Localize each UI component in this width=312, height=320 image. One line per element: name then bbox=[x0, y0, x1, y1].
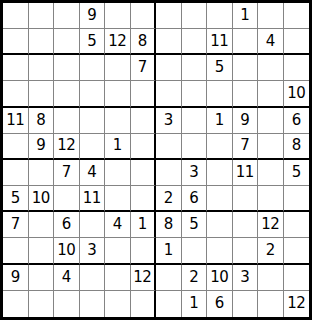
cell-r10c6[interactable] bbox=[131, 238, 157, 264]
cell-r10c3: 10 bbox=[54, 238, 80, 264]
cell-r1c6[interactable] bbox=[131, 3, 157, 29]
cell-r12c5[interactable] bbox=[105, 291, 131, 317]
cell-r7c8: 3 bbox=[182, 160, 208, 186]
cell-r3c11[interactable] bbox=[258, 55, 284, 81]
cell-r8c8: 6 bbox=[182, 186, 208, 212]
cell-r3c9: 5 bbox=[207, 55, 233, 81]
cell-r11c5[interactable] bbox=[105, 265, 131, 291]
cell-r4c4[interactable] bbox=[80, 81, 106, 107]
cell-r5c2: 8 bbox=[29, 108, 55, 134]
cell-r4c8[interactable] bbox=[182, 81, 208, 107]
cell-r5c11[interactable] bbox=[258, 108, 284, 134]
cell-r3c2[interactable] bbox=[29, 55, 55, 81]
cell-r2c5: 12 bbox=[105, 29, 131, 55]
cell-r1c12[interactable] bbox=[284, 3, 310, 29]
cell-r10c9[interactable] bbox=[207, 238, 233, 264]
cell-r2c4: 5 bbox=[80, 29, 106, 55]
cell-r3c7[interactable] bbox=[156, 55, 182, 81]
cell-r10c11: 2 bbox=[258, 238, 284, 264]
cell-r3c5[interactable] bbox=[105, 55, 131, 81]
cell-r8c1: 5 bbox=[3, 186, 29, 212]
cell-r10c10[interactable] bbox=[233, 238, 259, 264]
cell-r12c10[interactable] bbox=[233, 291, 259, 317]
cell-r10c5[interactable] bbox=[105, 238, 131, 264]
cell-r12c3[interactable] bbox=[54, 291, 80, 317]
cell-r3c3[interactable] bbox=[54, 55, 80, 81]
cell-r11c9: 10 bbox=[207, 265, 233, 291]
cell-r9c10[interactable] bbox=[233, 212, 259, 238]
cell-r4c2[interactable] bbox=[29, 81, 55, 107]
cell-r5c12: 6 bbox=[284, 108, 310, 134]
cell-r2c8[interactable] bbox=[182, 29, 208, 55]
cell-r4c10[interactable] bbox=[233, 81, 259, 107]
sudoku-board: 9151281147510118319691217874311551011267… bbox=[0, 0, 312, 320]
cell-r10c12[interactable] bbox=[284, 238, 310, 264]
cell-r1c8[interactable] bbox=[182, 3, 208, 29]
cell-r8c10[interactable] bbox=[233, 186, 259, 212]
cell-r9c9[interactable] bbox=[207, 212, 233, 238]
cell-r9c8: 5 bbox=[182, 212, 208, 238]
cell-r2c10[interactable] bbox=[233, 29, 259, 55]
cell-r2c1[interactable] bbox=[3, 29, 29, 55]
cell-r7c9[interactable] bbox=[207, 160, 233, 186]
cell-r6c2: 9 bbox=[29, 134, 55, 160]
cell-r10c2[interactable] bbox=[29, 238, 55, 264]
cell-r1c9[interactable] bbox=[207, 3, 233, 29]
cell-r6c3: 12 bbox=[54, 134, 80, 160]
cell-r8c4: 11 bbox=[80, 186, 106, 212]
cell-r12c1[interactable] bbox=[3, 291, 29, 317]
cell-r9c2[interactable] bbox=[29, 212, 55, 238]
cell-r6c10: 7 bbox=[233, 134, 259, 160]
cell-r4c12: 10 bbox=[284, 81, 310, 107]
sudoku-puzzle: 9151281147510118319691217874311551011267… bbox=[0, 0, 312, 320]
cell-r6c11[interactable] bbox=[258, 134, 284, 160]
cell-r2c2[interactable] bbox=[29, 29, 55, 55]
cell-r7c11[interactable] bbox=[258, 160, 284, 186]
cell-r7c1[interactable] bbox=[3, 160, 29, 186]
cell-r6c6[interactable] bbox=[131, 134, 157, 160]
cell-r7c5[interactable] bbox=[105, 160, 131, 186]
cell-r4c9[interactable] bbox=[207, 81, 233, 107]
cell-r7c4: 4 bbox=[80, 160, 106, 186]
cell-r4c3[interactable] bbox=[54, 81, 80, 107]
cell-r8c6[interactable] bbox=[131, 186, 157, 212]
cell-r5c1: 11 bbox=[3, 108, 29, 134]
cell-r3c4[interactable] bbox=[80, 55, 106, 81]
cell-r5c6[interactable] bbox=[131, 108, 157, 134]
cell-r2c9: 11 bbox=[207, 29, 233, 55]
cell-r5c3[interactable] bbox=[54, 108, 80, 134]
cell-r8c5[interactable] bbox=[105, 186, 131, 212]
cell-r9c1: 7 bbox=[3, 212, 29, 238]
cell-r4c7[interactable] bbox=[156, 81, 182, 107]
cell-r5c5[interactable] bbox=[105, 108, 131, 134]
cell-r5c7: 3 bbox=[156, 108, 182, 134]
cell-r3c12[interactable] bbox=[284, 55, 310, 81]
cell-r2c6: 8 bbox=[131, 29, 157, 55]
cell-r11c3: 4 bbox=[54, 265, 80, 291]
cell-r5c10: 9 bbox=[233, 108, 259, 134]
cell-r1c10: 1 bbox=[233, 3, 259, 29]
cell-r6c9[interactable] bbox=[207, 134, 233, 160]
cell-r6c1[interactable] bbox=[3, 134, 29, 160]
cell-r12c9: 6 bbox=[207, 291, 233, 317]
cell-r8c9[interactable] bbox=[207, 186, 233, 212]
cell-r1c11[interactable] bbox=[258, 3, 284, 29]
cell-r1c7[interactable] bbox=[156, 3, 182, 29]
cell-r9c3: 6 bbox=[54, 212, 80, 238]
cell-r10c4: 3 bbox=[80, 238, 106, 264]
cell-r6c7[interactable] bbox=[156, 134, 182, 160]
cell-r12c8: 1 bbox=[182, 291, 208, 317]
cell-r2c11: 4 bbox=[258, 29, 284, 55]
cell-r7c6[interactable] bbox=[131, 160, 157, 186]
cell-r11c11[interactable] bbox=[258, 265, 284, 291]
cell-r7c7[interactable] bbox=[156, 160, 182, 186]
cell-r12c12: 12 bbox=[284, 291, 310, 317]
cell-r11c1: 9 bbox=[3, 265, 29, 291]
cell-r6c12: 8 bbox=[284, 134, 310, 160]
cell-r5c8[interactable] bbox=[182, 108, 208, 134]
cell-r4c5[interactable] bbox=[105, 81, 131, 107]
cell-r12c7[interactable] bbox=[156, 291, 182, 317]
cell-r12c4[interactable] bbox=[80, 291, 106, 317]
cell-r11c2[interactable] bbox=[29, 265, 55, 291]
cell-r12c6[interactable] bbox=[131, 291, 157, 317]
cell-r12c11[interactable] bbox=[258, 291, 284, 317]
cell-r8c3[interactable] bbox=[54, 186, 80, 212]
cell-r1c2[interactable] bbox=[29, 3, 55, 29]
cell-r10c1[interactable] bbox=[3, 238, 29, 264]
cell-r1c5[interactable] bbox=[105, 3, 131, 29]
cell-r5c4[interactable] bbox=[80, 108, 106, 134]
cell-r3c10[interactable] bbox=[233, 55, 259, 81]
cell-r9c12[interactable] bbox=[284, 212, 310, 238]
cell-r11c4[interactable] bbox=[80, 265, 106, 291]
cell-r9c6: 1 bbox=[131, 212, 157, 238]
cell-r11c10: 3 bbox=[233, 265, 259, 291]
cell-r7c3: 7 bbox=[54, 160, 80, 186]
cell-r10c8[interactable] bbox=[182, 238, 208, 264]
cell-r6c4[interactable] bbox=[80, 134, 106, 160]
cell-r3c1[interactable] bbox=[3, 55, 29, 81]
cell-r2c12[interactable] bbox=[284, 29, 310, 55]
cell-r3c8[interactable] bbox=[182, 55, 208, 81]
cell-r9c11: 12 bbox=[258, 212, 284, 238]
cell-r4c6[interactable] bbox=[131, 81, 157, 107]
cell-r4c11[interactable] bbox=[258, 81, 284, 107]
cell-r2c7[interactable] bbox=[156, 29, 182, 55]
cell-r6c8[interactable] bbox=[182, 134, 208, 160]
cell-r9c5: 4 bbox=[105, 212, 131, 238]
cell-r7c2[interactable] bbox=[29, 160, 55, 186]
cell-r8c2: 10 bbox=[29, 186, 55, 212]
cell-r9c7: 8 bbox=[156, 212, 182, 238]
cell-r8c11[interactable] bbox=[258, 186, 284, 212]
cell-r7c12: 5 bbox=[284, 160, 310, 186]
cell-r7c10: 11 bbox=[233, 160, 259, 186]
cell-r12c2[interactable] bbox=[29, 291, 55, 317]
cell-r6c5: 1 bbox=[105, 134, 131, 160]
cell-r5c9: 1 bbox=[207, 108, 233, 134]
cell-r10c7: 1 bbox=[156, 238, 182, 264]
cell-r3c6: 7 bbox=[131, 55, 157, 81]
cell-r1c1[interactable] bbox=[3, 3, 29, 29]
cell-r4c1[interactable] bbox=[3, 81, 29, 107]
cell-r11c7[interactable] bbox=[156, 265, 182, 291]
cell-r2c3[interactable] bbox=[54, 29, 80, 55]
cell-r9c4[interactable] bbox=[80, 212, 106, 238]
cell-r1c4: 9 bbox=[80, 3, 106, 29]
cell-r11c8: 2 bbox=[182, 265, 208, 291]
cell-r8c12[interactable] bbox=[284, 186, 310, 212]
cell-r1c3[interactable] bbox=[54, 3, 80, 29]
cell-r11c6: 12 bbox=[131, 265, 157, 291]
cell-r11c12[interactable] bbox=[284, 265, 310, 291]
cell-r8c7: 2 bbox=[156, 186, 182, 212]
